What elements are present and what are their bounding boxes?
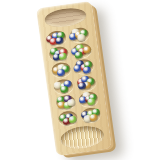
gem-navy (55, 37, 64, 45)
photo-background (0, 0, 160, 160)
gem-amber (83, 46, 92, 54)
gem-lightgreen (58, 53, 67, 61)
gem-clear (67, 98, 76, 106)
gem-lightgreen (68, 115, 77, 123)
gem-amber (89, 114, 98, 122)
store-pit-bottom[interactable] (59, 123, 106, 151)
gem-lightgreen (87, 98, 96, 106)
pit-left-6[interactable] (58, 110, 79, 127)
pit-right-4[interactable] (76, 75, 97, 92)
gem-green (75, 51, 84, 59)
pit-right-5[interactable] (78, 91, 99, 108)
gem-green (60, 86, 69, 94)
pit-right-3[interactable] (74, 59, 95, 76)
gem-clear (77, 34, 86, 42)
pit-right-6[interactable] (80, 107, 101, 124)
pit-left-3[interactable] (51, 62, 72, 79)
pit-left-2[interactable] (49, 46, 70, 63)
pit-right-2[interactable] (71, 43, 92, 60)
gem-blue (83, 66, 92, 74)
pit-left-1[interactable] (46, 30, 67, 47)
pit-right-1[interactable] (69, 27, 90, 44)
mancala-board (36, 1, 112, 156)
pit-left-4[interactable] (53, 78, 74, 95)
pit-grid (44, 25, 103, 127)
gem-blue (56, 69, 65, 77)
pit-left-5[interactable] (55, 94, 76, 111)
